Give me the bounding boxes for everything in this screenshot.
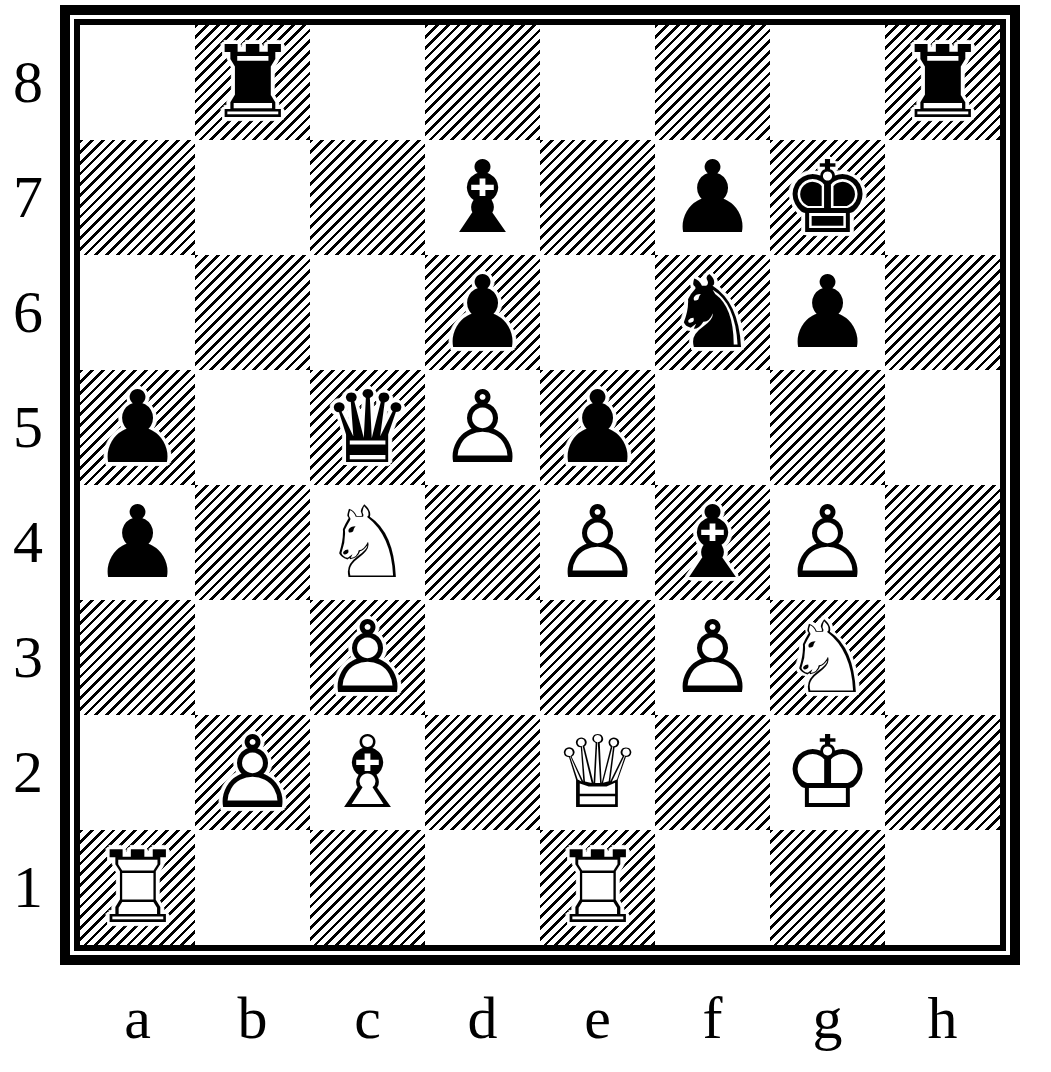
square-c7[interactable]: [310, 140, 425, 255]
square-e5[interactable]: ♟: [540, 370, 655, 485]
file-label-a: a: [80, 972, 195, 1064]
piece-black-knight[interactable]: ♞: [668, 255, 758, 370]
square-a1[interactable]: ♜♖: [80, 830, 195, 945]
file-labels: a b c d e f g h: [80, 972, 1000, 1064]
rank-label-6: 6: [0, 255, 56, 370]
square-c1[interactable]: [310, 830, 425, 945]
file-label-f: f: [655, 972, 770, 1064]
piece-white-rook[interactable]: ♜♖: [553, 830, 643, 945]
square-a3[interactable]: [80, 600, 195, 715]
rank-label-2: 2: [0, 715, 56, 830]
square-d8[interactable]: [425, 25, 540, 140]
piece-black-pawn[interactable]: ♟: [553, 370, 643, 485]
rank-label-7: 7: [0, 140, 56, 255]
piece-black-king[interactable]: ♚: [783, 140, 873, 255]
chess-board-inner-frame: ♜♜♝♟♚♟♞♟♟♛♟♙♟♟♞♘♟♙♝♟♙♟♙♟♙♞♘♟♙♝♗♛♕♚♔♜♖♜♖: [74, 19, 1006, 951]
square-h3[interactable]: [885, 600, 1000, 715]
piece-white-outline: ♙: [208, 715, 298, 830]
piece-white-outline: ♕: [553, 715, 643, 830]
square-b3[interactable]: [195, 600, 310, 715]
square-a8[interactable]: [80, 25, 195, 140]
piece-white-pawn[interactable]: ♟♙: [323, 600, 413, 715]
square-b4[interactable]: [195, 485, 310, 600]
square-h8[interactable]: ♜: [885, 25, 1000, 140]
chess-board-frame: ♜♜♝♟♚♟♞♟♟♛♟♙♟♟♞♘♟♙♝♟♙♟♙♟♙♞♘♟♙♝♗♛♕♚♔♜♖♜♖: [60, 5, 1020, 965]
square-a6[interactable]: [80, 255, 195, 370]
piece-black-pawn[interactable]: ♟: [93, 370, 183, 485]
rank-label-4: 4: [0, 485, 56, 600]
square-h4[interactable]: [885, 485, 1000, 600]
file-label-g: g: [770, 972, 885, 1064]
piece-black-pawn[interactable]: ♟: [438, 255, 528, 370]
square-a7[interactable]: [80, 140, 195, 255]
square-c3[interactable]: ♟♙: [310, 600, 425, 715]
piece-white-knight[interactable]: ♞♘: [783, 600, 873, 715]
square-b5[interactable]: [195, 370, 310, 485]
square-f8[interactable]: [655, 25, 770, 140]
rank-label-5: 5: [0, 370, 56, 485]
square-f7[interactable]: ♟: [655, 140, 770, 255]
square-g4[interactable]: ♟♙: [770, 485, 885, 600]
square-e6[interactable]: [540, 255, 655, 370]
piece-black-bishop[interactable]: ♝: [438, 140, 528, 255]
square-e2[interactable]: ♛♕: [540, 715, 655, 830]
piece-white-queen[interactable]: ♛♕: [553, 715, 643, 830]
square-g5[interactable]: [770, 370, 885, 485]
square-d4[interactable]: [425, 485, 540, 600]
square-e4[interactable]: ♟♙: [540, 485, 655, 600]
square-g8[interactable]: [770, 25, 885, 140]
file-label-d: d: [425, 972, 540, 1064]
chess-board: ♜♜♝♟♚♟♞♟♟♛♟♙♟♟♞♘♟♙♝♟♙♟♙♟♙♞♘♟♙♝♗♛♕♚♔♜♖♜♖: [80, 25, 1000, 945]
square-b7[interactable]: [195, 140, 310, 255]
rank-label-1: 1: [0, 830, 56, 945]
file-label-b: b: [195, 972, 310, 1064]
square-d7[interactable]: ♝: [425, 140, 540, 255]
square-e7[interactable]: [540, 140, 655, 255]
piece-white-outline: ♙: [323, 600, 413, 715]
piece-white-outline: ♙: [783, 485, 873, 600]
piece-white-outline: ♗: [323, 715, 413, 830]
square-c8[interactable]: [310, 25, 425, 140]
piece-white-outline: ♙: [668, 600, 758, 715]
square-g3[interactable]: ♞♘: [770, 600, 885, 715]
piece-black-bishop[interactable]: ♝: [668, 485, 758, 600]
rank-label-8: 8: [0, 25, 56, 140]
piece-white-king[interactable]: ♚♔: [783, 715, 873, 830]
piece-white-outline: ♙: [553, 485, 643, 600]
square-h7[interactable]: [885, 140, 1000, 255]
square-c5[interactable]: ♛: [310, 370, 425, 485]
piece-white-outline: ♘: [323, 485, 413, 600]
piece-black-rook[interactable]: ♜: [898, 25, 988, 140]
piece-black-pawn[interactable]: ♟: [668, 140, 758, 255]
square-f3[interactable]: ♟♙: [655, 600, 770, 715]
square-a2[interactable]: [80, 715, 195, 830]
square-b8[interactable]: ♜: [195, 25, 310, 140]
piece-white-knight[interactable]: ♞♘: [323, 485, 413, 600]
square-a5[interactable]: ♟: [80, 370, 195, 485]
piece-white-rook[interactable]: ♜♖: [93, 830, 183, 945]
square-h6[interactable]: [885, 255, 1000, 370]
piece-white-outline: ♙: [438, 370, 528, 485]
square-c4[interactable]: ♞♘: [310, 485, 425, 600]
square-f6[interactable]: ♞: [655, 255, 770, 370]
square-b1[interactable]: [195, 830, 310, 945]
square-b2[interactable]: ♟♙: [195, 715, 310, 830]
square-b6[interactable]: [195, 255, 310, 370]
square-g1[interactable]: [770, 830, 885, 945]
square-g6[interactable]: ♟: [770, 255, 885, 370]
piece-black-queen[interactable]: ♛: [323, 370, 413, 485]
rank-label-3: 3: [0, 600, 56, 715]
square-h2[interactable]: [885, 715, 1000, 830]
square-f1[interactable]: [655, 830, 770, 945]
square-f5[interactable]: [655, 370, 770, 485]
piece-black-pawn[interactable]: ♟: [783, 255, 873, 370]
square-g7[interactable]: ♚: [770, 140, 885, 255]
piece-white-pawn[interactable]: ♟♙: [553, 485, 643, 600]
piece-white-outline: ♖: [553, 830, 643, 945]
square-e8[interactable]: [540, 25, 655, 140]
square-e3[interactable]: [540, 600, 655, 715]
file-label-c: c: [310, 972, 425, 1064]
piece-white-outline: ♘: [783, 600, 873, 715]
square-c2[interactable]: ♝♗: [310, 715, 425, 830]
square-h5[interactable]: [885, 370, 1000, 485]
square-d2[interactable]: [425, 715, 540, 830]
piece-white-pawn[interactable]: ♟♙: [208, 715, 298, 830]
square-h1[interactable]: [885, 830, 1000, 945]
piece-black-pawn[interactable]: ♟: [93, 485, 183, 600]
piece-white-bishop[interactable]: ♝♗: [323, 715, 413, 830]
square-f4[interactable]: ♝: [655, 485, 770, 600]
square-e1[interactable]: ♜♖: [540, 830, 655, 945]
piece-white-pawn[interactable]: ♟♙: [438, 370, 528, 485]
square-d3[interactable]: [425, 600, 540, 715]
square-a4[interactable]: ♟: [80, 485, 195, 600]
piece-black-rook[interactable]: ♜: [208, 25, 298, 140]
piece-white-pawn[interactable]: ♟♙: [668, 600, 758, 715]
piece-white-outline: ♔: [783, 715, 873, 830]
square-c6[interactable]: [310, 255, 425, 370]
square-g2[interactable]: ♚♔: [770, 715, 885, 830]
square-d5[interactable]: ♟♙: [425, 370, 540, 485]
square-f2[interactable]: [655, 715, 770, 830]
square-d1[interactable]: [425, 830, 540, 945]
square-d6[interactable]: ♟: [425, 255, 540, 370]
rank-labels: 8 7 6 5 4 3 2 1: [0, 25, 56, 945]
file-label-h: h: [885, 972, 1000, 1064]
file-label-e: e: [540, 972, 655, 1064]
piece-white-pawn[interactable]: ♟♙: [783, 485, 873, 600]
piece-white-outline: ♖: [93, 830, 183, 945]
